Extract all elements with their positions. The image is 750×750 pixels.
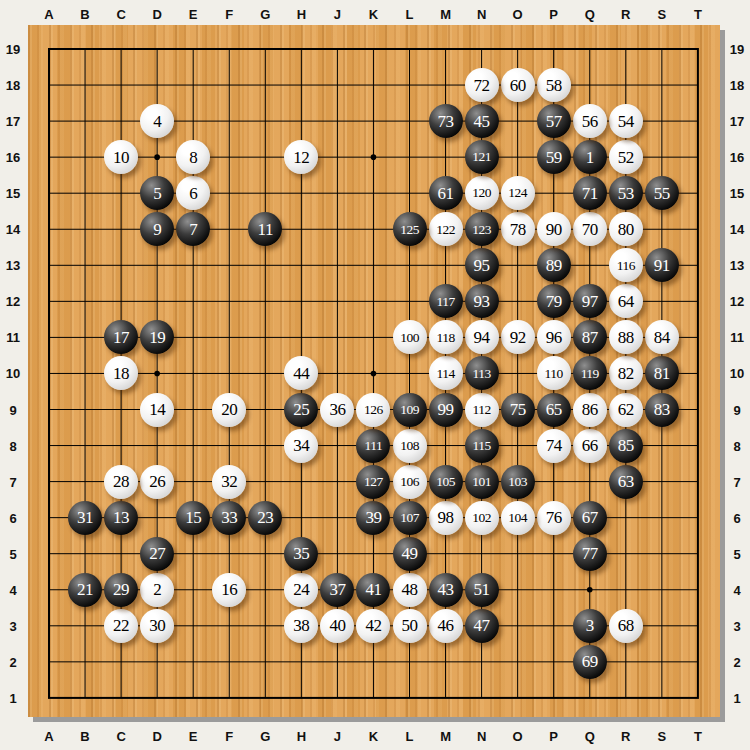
row-label-left: 8 xyxy=(9,439,16,452)
move-number: 36 xyxy=(329,401,345,418)
move-number: 103 xyxy=(508,475,527,489)
stone-45[interactable]: 45 xyxy=(465,104,499,138)
col-label-top: S xyxy=(658,8,667,21)
move-number: 82 xyxy=(618,365,634,382)
move-number: 41 xyxy=(365,581,381,598)
stone-64[interactable]: 64 xyxy=(609,284,643,318)
col-label-top: T xyxy=(694,8,702,21)
stone-13[interactable]: 13 xyxy=(104,501,138,535)
col-label-bottom: H xyxy=(297,730,306,743)
move-number: 114 xyxy=(436,367,454,381)
stone-31[interactable]: 31 xyxy=(68,501,102,535)
stone-117[interactable]: 117 xyxy=(429,284,463,318)
col-label-bottom: T xyxy=(694,730,702,743)
move-number: 20 xyxy=(221,401,237,418)
col-label-top: G xyxy=(260,8,270,21)
move-number: 69 xyxy=(582,653,598,670)
move-number: 99 xyxy=(438,401,454,418)
stone-48[interactable]: 48 xyxy=(393,573,427,607)
move-number: 22 xyxy=(113,617,129,634)
row-label-left: 7 xyxy=(9,475,16,488)
move-number: 77 xyxy=(582,545,598,562)
stone-124[interactable]: 124 xyxy=(501,176,535,210)
stone-91[interactable]: 91 xyxy=(645,248,679,282)
stone-62[interactable]: 62 xyxy=(609,393,643,427)
stone-79[interactable]: 79 xyxy=(537,284,571,318)
move-number: 48 xyxy=(402,581,418,598)
row-label-left: 11 xyxy=(6,331,20,344)
move-number: 39 xyxy=(365,509,381,526)
stone-42[interactable]: 42 xyxy=(356,609,390,643)
move-number: 13 xyxy=(113,509,129,526)
move-number: 98 xyxy=(438,509,454,526)
stone-121[interactable]: 121 xyxy=(465,140,499,174)
move-number: 94 xyxy=(474,329,490,346)
move-number: 65 xyxy=(546,401,562,418)
stone-25[interactable]: 25 xyxy=(284,393,318,427)
move-number: 59 xyxy=(546,149,562,166)
stone-38[interactable]: 38 xyxy=(284,609,318,643)
stone-50[interactable]: 50 xyxy=(393,609,427,643)
stone-102[interactable]: 102 xyxy=(465,501,499,535)
star-point xyxy=(371,154,377,160)
stone-107[interactable]: 107 xyxy=(393,501,427,535)
col-label-top: C xyxy=(116,8,125,21)
move-number: 93 xyxy=(474,293,490,310)
row-label-left: 18 xyxy=(6,79,20,92)
stone-14[interactable]: 14 xyxy=(140,393,174,427)
stone-93[interactable]: 93 xyxy=(465,284,499,318)
move-number: 30 xyxy=(149,617,165,634)
stone-61[interactable]: 61 xyxy=(429,176,463,210)
move-number: 122 xyxy=(436,223,455,237)
stone-60[interactable]: 60 xyxy=(501,68,535,102)
move-number: 1 xyxy=(586,149,594,166)
stone-54[interactable]: 54 xyxy=(609,104,643,138)
row-label-left: 1 xyxy=(9,691,16,704)
stone-65[interactable]: 65 xyxy=(537,393,571,427)
col-label-top: H xyxy=(297,8,306,21)
col-label-bottom: Q xyxy=(585,730,595,743)
move-number: 43 xyxy=(438,581,454,598)
col-label-bottom: E xyxy=(189,730,198,743)
stone-53[interactable]: 53 xyxy=(609,176,643,210)
move-number: 45 xyxy=(474,113,490,130)
stone-46[interactable]: 46 xyxy=(429,609,463,643)
stone-106[interactable]: 106 xyxy=(393,465,427,499)
stone-104[interactable]: 104 xyxy=(501,501,535,535)
move-number: 75 xyxy=(510,401,526,418)
stone-76[interactable]: 76 xyxy=(537,501,571,535)
stone-120[interactable]: 120 xyxy=(465,176,499,210)
move-number: 40 xyxy=(329,617,345,634)
move-number: 47 xyxy=(474,617,490,634)
row-label-left: 4 xyxy=(9,583,16,596)
stone-32[interactable]: 32 xyxy=(212,465,246,499)
move-number: 6 xyxy=(189,185,197,202)
stone-114[interactable]: 114 xyxy=(429,356,463,390)
move-number: 112 xyxy=(472,403,490,417)
stone-74[interactable]: 74 xyxy=(537,429,571,463)
stone-26[interactable]: 26 xyxy=(140,465,174,499)
row-label-right: 18 xyxy=(730,79,744,92)
move-number: 108 xyxy=(400,439,419,453)
col-label-bottom: M xyxy=(440,730,451,743)
move-number: 85 xyxy=(618,437,634,454)
col-label-top: B xyxy=(80,8,89,21)
stone-49[interactable]: 49 xyxy=(393,537,427,571)
col-label-top: D xyxy=(152,8,161,21)
move-number: 104 xyxy=(508,511,527,525)
move-number: 92 xyxy=(510,329,526,346)
move-number: 81 xyxy=(654,365,670,382)
move-number: 95 xyxy=(474,257,490,274)
move-number: 54 xyxy=(618,113,634,130)
move-number: 107 xyxy=(400,511,419,525)
row-label-right: 19 xyxy=(730,43,744,56)
move-number: 21 xyxy=(77,581,93,598)
stone-115[interactable]: 115 xyxy=(465,429,499,463)
stone-28[interactable]: 28 xyxy=(104,465,138,499)
stone-21[interactable]: 21 xyxy=(68,573,102,607)
row-label-right: 12 xyxy=(730,295,744,308)
stone-55[interactable]: 55 xyxy=(645,176,679,210)
stone-71[interactable]: 71 xyxy=(573,176,607,210)
stone-123[interactable]: 123 xyxy=(465,212,499,246)
move-number: 38 xyxy=(293,617,309,634)
move-number: 64 xyxy=(618,293,634,310)
move-number: 28 xyxy=(113,473,129,490)
move-number: 89 xyxy=(546,257,562,274)
stone-57[interactable]: 57 xyxy=(537,104,571,138)
move-number: 111 xyxy=(365,439,383,453)
stone-24[interactable]: 24 xyxy=(284,573,318,607)
row-label-right: 8 xyxy=(733,439,740,452)
row-label-left: 2 xyxy=(9,655,16,668)
stone-37[interactable]: 37 xyxy=(320,573,354,607)
col-label-top: P xyxy=(549,8,558,21)
move-number: 97 xyxy=(582,293,598,310)
stone-40[interactable]: 40 xyxy=(320,609,354,643)
row-label-left: 6 xyxy=(9,511,16,524)
move-number: 29 xyxy=(113,581,129,598)
move-number: 124 xyxy=(508,186,527,200)
row-label-left: 19 xyxy=(6,43,20,56)
row-label-right: 16 xyxy=(730,151,744,164)
col-label-bottom: R xyxy=(621,730,630,743)
stone-20[interactable]: 20 xyxy=(212,393,246,427)
move-number: 62 xyxy=(618,401,634,418)
stone-89[interactable]: 89 xyxy=(537,248,571,282)
move-number: 90 xyxy=(546,221,562,238)
star-point xyxy=(154,371,160,377)
move-number: 33 xyxy=(221,509,237,526)
move-number: 56 xyxy=(582,113,598,130)
move-number: 121 xyxy=(472,150,491,164)
move-number: 2 xyxy=(153,581,161,598)
stone-10[interactable]: 10 xyxy=(104,140,138,174)
row-label-right: 2 xyxy=(733,655,740,668)
move-number: 23 xyxy=(257,509,273,526)
stone-119[interactable]: 119 xyxy=(573,356,607,390)
stone-125[interactable]: 125 xyxy=(393,212,427,246)
move-number: 63 xyxy=(618,473,634,490)
stone-1[interactable]: 1 xyxy=(573,140,607,174)
move-number: 4 xyxy=(153,113,161,130)
stone-109[interactable]: 109 xyxy=(393,393,427,427)
move-number: 27 xyxy=(149,545,165,562)
stone-92[interactable]: 92 xyxy=(501,320,535,354)
move-number: 19 xyxy=(149,329,165,346)
stone-27[interactable]: 27 xyxy=(140,537,174,571)
move-number: 58 xyxy=(546,77,562,94)
move-number: 91 xyxy=(654,257,670,274)
stone-4[interactable]: 4 xyxy=(140,104,174,138)
stone-67[interactable]: 67 xyxy=(573,501,607,535)
stone-111[interactable]: 111 xyxy=(356,429,390,463)
stone-3[interactable]: 3 xyxy=(573,609,607,643)
move-number: 55 xyxy=(654,185,670,202)
move-number: 73 xyxy=(438,113,454,130)
stone-83[interactable]: 83 xyxy=(645,393,679,427)
stone-113[interactable]: 113 xyxy=(465,356,499,390)
move-number: 5 xyxy=(153,185,161,202)
col-label-bottom: S xyxy=(658,730,667,743)
move-number: 100 xyxy=(400,331,419,345)
stone-69[interactable]: 69 xyxy=(573,645,607,679)
stone-99[interactable]: 99 xyxy=(429,393,463,427)
move-number: 119 xyxy=(581,367,599,381)
move-number: 44 xyxy=(293,365,309,382)
stone-103[interactable]: 103 xyxy=(501,465,535,499)
row-label-right: 13 xyxy=(730,259,744,272)
move-number: 76 xyxy=(546,509,562,526)
move-number: 80 xyxy=(618,221,634,238)
stone-56[interactable]: 56 xyxy=(573,104,607,138)
move-number: 14 xyxy=(149,401,165,418)
move-number: 74 xyxy=(546,437,562,454)
move-number: 53 xyxy=(618,185,634,202)
move-number: 42 xyxy=(365,617,381,634)
stone-16[interactable]: 16 xyxy=(212,573,246,607)
go-diagram: 1234567891011121314151617181920212223242… xyxy=(0,0,750,750)
stone-100[interactable]: 100 xyxy=(393,320,427,354)
move-number: 46 xyxy=(438,617,454,634)
stone-78[interactable]: 78 xyxy=(501,212,535,246)
stone-34[interactable]: 34 xyxy=(284,429,318,463)
stone-22[interactable]: 22 xyxy=(104,609,138,643)
move-number: 31 xyxy=(77,509,93,526)
move-number: 26 xyxy=(149,473,165,490)
stone-96[interactable]: 96 xyxy=(537,320,571,354)
stone-90[interactable]: 90 xyxy=(537,212,571,246)
row-label-left: 16 xyxy=(6,151,20,164)
move-number: 113 xyxy=(472,367,490,381)
stone-35[interactable]: 35 xyxy=(284,537,318,571)
col-label-bottom: G xyxy=(260,730,270,743)
stone-95[interactable]: 95 xyxy=(465,248,499,282)
stone-75[interactable]: 75 xyxy=(501,393,535,427)
row-label-right: 10 xyxy=(730,367,744,380)
move-number: 25 xyxy=(293,401,309,418)
star-point xyxy=(371,371,377,377)
stone-87[interactable]: 87 xyxy=(573,320,607,354)
col-label-bottom: P xyxy=(549,730,558,743)
stone-88[interactable]: 88 xyxy=(609,320,643,354)
row-label-left: 9 xyxy=(9,403,16,416)
row-label-left: 3 xyxy=(9,619,16,632)
move-number: 106 xyxy=(400,475,419,489)
stone-118[interactable]: 118 xyxy=(429,320,463,354)
move-number: 66 xyxy=(582,437,598,454)
stone-84[interactable]: 84 xyxy=(645,320,679,354)
move-number: 11 xyxy=(258,221,273,238)
move-number: 70 xyxy=(582,221,598,238)
stone-72[interactable]: 72 xyxy=(465,68,499,102)
row-label-left: 15 xyxy=(6,187,20,200)
stone-63[interactable]: 63 xyxy=(609,465,643,499)
stone-98[interactable]: 98 xyxy=(429,501,463,535)
move-number: 84 xyxy=(654,329,670,346)
row-label-right: 3 xyxy=(733,619,740,632)
row-label-right: 6 xyxy=(733,511,740,524)
col-label-bottom: L xyxy=(406,730,414,743)
stone-43[interactable]: 43 xyxy=(429,573,463,607)
move-number: 110 xyxy=(545,367,563,381)
col-label-bottom: D xyxy=(152,730,161,743)
col-label-bottom: A xyxy=(44,730,53,743)
row-label-right: 4 xyxy=(733,583,740,596)
stone-126[interactable]: 126 xyxy=(356,393,390,427)
move-number: 49 xyxy=(402,545,418,562)
move-number: 109 xyxy=(400,403,419,417)
move-number: 37 xyxy=(329,581,345,598)
col-label-top: F xyxy=(225,8,233,21)
move-number: 15 xyxy=(185,509,201,526)
stone-52[interactable]: 52 xyxy=(609,140,643,174)
move-number: 68 xyxy=(618,617,634,634)
move-number: 120 xyxy=(472,186,491,200)
row-label-right: 9 xyxy=(733,403,740,416)
stone-36[interactable]: 36 xyxy=(320,393,354,427)
move-number: 117 xyxy=(436,295,454,309)
row-label-left: 17 xyxy=(6,115,20,128)
move-number: 60 xyxy=(510,77,526,94)
move-number: 118 xyxy=(436,331,454,345)
stone-66[interactable]: 66 xyxy=(573,429,607,463)
move-number: 102 xyxy=(472,511,491,525)
move-number: 71 xyxy=(582,185,598,202)
stone-97[interactable]: 97 xyxy=(573,284,607,318)
stone-70[interactable]: 70 xyxy=(573,212,607,246)
move-number: 7 xyxy=(189,221,197,238)
stone-85[interactable]: 85 xyxy=(609,429,643,463)
stone-80[interactable]: 80 xyxy=(609,212,643,246)
stone-101[interactable]: 101 xyxy=(465,465,499,499)
move-number: 105 xyxy=(436,475,455,489)
stone-15[interactable]: 15 xyxy=(176,501,210,535)
row-label-left: 13 xyxy=(6,259,20,272)
move-number: 101 xyxy=(472,475,491,489)
move-number: 17 xyxy=(113,329,129,346)
move-number: 79 xyxy=(546,293,562,310)
stone-105[interactable]: 105 xyxy=(429,465,463,499)
stone-41[interactable]: 41 xyxy=(356,573,390,607)
star-point xyxy=(587,587,593,593)
col-label-top: Q xyxy=(585,8,595,21)
stone-2[interactable]: 2 xyxy=(140,573,174,607)
stone-77[interactable]: 77 xyxy=(573,537,607,571)
row-label-left: 14 xyxy=(6,223,20,236)
stone-47[interactable]: 47 xyxy=(465,609,499,643)
stone-86[interactable]: 86 xyxy=(573,393,607,427)
move-number: 87 xyxy=(582,329,598,346)
stone-112[interactable]: 112 xyxy=(465,393,499,427)
col-label-top: K xyxy=(369,8,378,21)
move-number: 12 xyxy=(293,149,309,166)
col-label-top: A xyxy=(44,8,53,21)
move-number: 18 xyxy=(113,365,129,382)
move-number: 127 xyxy=(364,475,383,489)
stone-73[interactable]: 73 xyxy=(429,104,463,138)
col-label-top: N xyxy=(477,8,486,21)
stone-39[interactable]: 39 xyxy=(356,501,390,535)
move-number: 123 xyxy=(472,223,491,237)
move-number: 52 xyxy=(618,149,634,166)
col-label-bottom: C xyxy=(116,730,125,743)
stone-82[interactable]: 82 xyxy=(609,356,643,390)
stone-94[interactable]: 94 xyxy=(465,320,499,354)
move-number: 35 xyxy=(293,545,309,562)
col-label-top: M xyxy=(440,8,451,21)
star-point xyxy=(154,154,160,160)
stone-68[interactable]: 68 xyxy=(609,609,643,643)
move-number: 51 xyxy=(474,581,490,598)
move-number: 125 xyxy=(400,223,419,237)
move-number: 116 xyxy=(617,259,635,273)
stone-58[interactable]: 58 xyxy=(537,68,571,102)
move-number: 126 xyxy=(364,403,383,417)
stone-110[interactable]: 110 xyxy=(537,356,571,390)
stone-116[interactable]: 116 xyxy=(609,248,643,282)
move-number: 32 xyxy=(221,473,237,490)
col-label-top: E xyxy=(189,8,198,21)
move-number: 96 xyxy=(546,329,562,346)
stone-33[interactable]: 33 xyxy=(212,501,246,535)
move-number: 50 xyxy=(402,617,418,634)
col-label-bottom: F xyxy=(225,730,233,743)
move-number: 78 xyxy=(510,221,526,238)
stone-59[interactable]: 59 xyxy=(537,140,571,174)
col-label-top: J xyxy=(334,8,341,21)
stone-127[interactable]: 127 xyxy=(356,465,390,499)
row-label-left: 10 xyxy=(6,367,20,380)
stone-30[interactable]: 30 xyxy=(140,609,174,643)
col-label-bottom: O xyxy=(513,730,523,743)
move-number: 57 xyxy=(546,113,562,130)
stone-122[interactable]: 122 xyxy=(429,212,463,246)
stone-108[interactable]: 108 xyxy=(393,429,427,463)
stone-29[interactable]: 29 xyxy=(104,573,138,607)
move-number: 72 xyxy=(474,77,490,94)
move-number: 3 xyxy=(586,617,594,634)
move-number: 10 xyxy=(113,149,129,166)
stone-51[interactable]: 51 xyxy=(465,573,499,607)
row-label-left: 12 xyxy=(6,295,20,308)
move-number: 115 xyxy=(472,439,490,453)
stone-23[interactable]: 23 xyxy=(248,501,282,535)
col-label-top: L xyxy=(406,8,414,21)
